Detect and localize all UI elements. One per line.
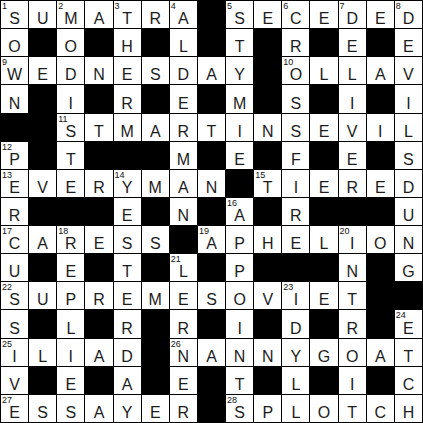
grid-cell[interactable]: M [170, 142, 197, 169]
cell-letter: T [198, 123, 225, 140]
grid-cell[interactable]: A [198, 339, 225, 366]
cell-letter: E [170, 291, 197, 308]
grid-cell[interactable]: S [142, 57, 169, 84]
grid-cell[interactable]: C [395, 367, 422, 394]
grid-cell[interactable]: E [114, 282, 141, 309]
cell-letter: A [198, 235, 225, 252]
grid-cell[interactable]: 25I [1, 339, 28, 366]
cell-letter: R [114, 95, 141, 112]
black-cell [367, 367, 394, 394]
cell-letter: T [114, 263, 141, 280]
black-cell [142, 339, 169, 366]
cell-letter: T [339, 291, 366, 308]
cell-letter: E [1, 179, 28, 196]
grid-cell[interactable]: T [226, 29, 253, 56]
cell-letter: A [367, 348, 394, 365]
black-cell [198, 395, 225, 422]
cell-letter: E [395, 320, 422, 337]
grid-cell[interactable]: I [57, 339, 84, 366]
grid-cell[interactable]: 17C [1, 226, 28, 253]
grid-cell[interactable]: 28S [226, 395, 253, 422]
grid-cell[interactable]: V [254, 282, 281, 309]
cell-letter: E [114, 66, 141, 83]
black-cell [85, 29, 112, 56]
grid-cell[interactable]: N [170, 198, 197, 225]
grid-cell[interactable]: T [339, 395, 366, 422]
grid-cell[interactable]: 13E [1, 170, 28, 197]
cell-letter: L [170, 38, 197, 55]
grid-cell[interactable]: E [170, 85, 197, 112]
grid-cell[interactable]: S [142, 226, 169, 253]
grid-cell[interactable]: 21L [170, 254, 197, 281]
grid-cell[interactable]: 11S [57, 114, 84, 141]
cell-letter: Y [114, 179, 141, 196]
black-cell [310, 310, 337, 337]
grid-cell[interactable]: R [282, 198, 309, 225]
cell-letter: H [254, 235, 281, 252]
cell-letter: N [170, 207, 197, 224]
black-cell [310, 198, 337, 225]
grid-cell[interactable]: R [339, 170, 366, 197]
grid-cell[interactable]: 27E [1, 395, 28, 422]
black-cell [142, 198, 169, 225]
black-cell [254, 367, 281, 394]
grid-cell[interactable]: L [395, 114, 422, 141]
cell-letter: S [57, 404, 84, 421]
cell-letter: P [57, 291, 84, 308]
grid-cell[interactable]: N [395, 226, 422, 253]
grid-cell[interactable]: L [310, 57, 337, 84]
grid-cell[interactable]: I [339, 85, 366, 112]
cell-letter: S [1, 291, 28, 308]
grid-cell[interactable]: E [367, 1, 394, 28]
cell-letter: D [170, 66, 197, 83]
grid-cell[interactable]: S [29, 395, 56, 422]
cell-letter: V [254, 291, 281, 308]
crossword-board: 1SU2MA3TR4A5SE6CE7DE8DOOHLTREE9WEDNESDAY… [0, 0, 423, 423]
cell-letter: D [57, 66, 84, 83]
grid-cell[interactable]: C [367, 395, 394, 422]
cell-letter: L [282, 404, 309, 421]
black-cell [254, 29, 281, 56]
grid-cell[interactable]: A [367, 339, 394, 366]
grid-cell[interactable]: E [114, 57, 141, 84]
black-cell [85, 367, 112, 394]
cell-letter: D [395, 179, 422, 196]
grid-cell[interactable]: Y [226, 57, 253, 84]
grid-cell[interactable]: A [85, 395, 112, 422]
grid-cell[interactable]: T [57, 142, 84, 169]
grid-cell[interactable]: P [57, 282, 84, 309]
black-cell [29, 254, 56, 281]
grid-cell[interactable]: E [226, 142, 253, 169]
black-cell [142, 142, 169, 169]
black-cell [198, 29, 225, 56]
grid-cell[interactable]: Y [114, 395, 141, 422]
grid-cell[interactable]: S [198, 282, 225, 309]
cell-letter: R [114, 320, 141, 337]
black-cell [226, 170, 253, 197]
cell-letter: E [395, 38, 422, 55]
grid-cell[interactable]: R [114, 310, 141, 337]
cell-letter: Y [114, 404, 141, 421]
grid-cell[interactable]: 19A [198, 226, 225, 253]
grid-cell[interactable]: O [310, 395, 337, 422]
cell-letter: L [310, 235, 337, 252]
black-cell [254, 198, 281, 225]
grid-cell[interactable]: R [142, 1, 169, 28]
cell-letter: P [1, 151, 28, 168]
grid-cell[interactable]: 26N [170, 339, 197, 366]
grid-cell[interactable]: R [282, 29, 309, 56]
grid-cell[interactable]: 2M [57, 1, 84, 28]
black-cell [85, 198, 112, 225]
cell-letter: L [339, 66, 366, 83]
black-cell [310, 367, 337, 394]
grid-cell[interactable]: S [114, 226, 141, 253]
grid-cell[interactable]: E [395, 29, 422, 56]
grid-cell[interactable]: A [114, 367, 141, 394]
grid-cell[interactable]: N [339, 254, 366, 281]
cell-letter: R [339, 320, 366, 337]
black-cell [29, 198, 56, 225]
grid-cell[interactable]: P [254, 395, 281, 422]
grid-cell[interactable]: R [114, 85, 141, 112]
grid-cell[interactable]: L [282, 367, 309, 394]
grid-cell[interactable]: E [170, 282, 197, 309]
cell-letter: M [142, 179, 169, 196]
cell-letter: R [339, 179, 366, 196]
grid-cell[interactable]: T [395, 339, 422, 366]
cell-letter: L [170, 263, 197, 280]
grid-cell[interactable]: 24E [395, 310, 422, 337]
cell-letter: M [170, 151, 197, 168]
grid-cell[interactable]: U [1, 254, 28, 281]
cell-letter: N [85, 66, 112, 83]
grid-cell[interactable]: T [339, 282, 366, 309]
grid-cell[interactable]: E [367, 170, 394, 197]
grid-cell[interactable]: I [395, 85, 422, 112]
cell-letter: A [198, 348, 225, 365]
grid-cell[interactable]: E [85, 226, 112, 253]
grid-cell[interactable]: M [226, 85, 253, 112]
grid-cell[interactable]: L [339, 57, 366, 84]
black-cell [367, 254, 394, 281]
grid-cell[interactable]: O [226, 282, 253, 309]
grid-cell[interactable]: E [282, 226, 309, 253]
cell-letter: I [339, 235, 366, 252]
cell-letter: R [57, 235, 84, 252]
grid-cell[interactable]: R [170, 310, 197, 337]
grid-cell[interactable]: R [1, 198, 28, 225]
grid-cell[interactable]: A [142, 114, 169, 141]
grid-cell[interactable]: T [226, 367, 253, 394]
grid-cell[interactable]: N [254, 339, 281, 366]
cell-letter: R [1, 207, 28, 224]
cell-letter: A [226, 207, 253, 224]
grid-cell[interactable]: O [1, 29, 28, 56]
cell-letter: A [29, 235, 56, 252]
cell-letter: E [254, 10, 281, 27]
cell-letter: E [367, 10, 394, 27]
grid-cell[interactable]: 5S [226, 1, 253, 28]
grid-cell[interactable]: S [282, 85, 309, 112]
grid-cell[interactable]: 16A [226, 198, 253, 225]
cell-letter: N [395, 235, 422, 252]
grid-cell[interactable]: Y [282, 339, 309, 366]
cell-letter: S [1, 320, 28, 337]
cell-letter: F [282, 151, 309, 168]
black-cell [310, 85, 337, 112]
cell-letter: I [226, 123, 253, 140]
cell-letter: A [142, 123, 169, 140]
black-cell [198, 1, 225, 28]
grid-cell[interactable]: A [85, 339, 112, 366]
grid-cell[interactable]: E [310, 282, 337, 309]
cell-letter: V [1, 376, 28, 393]
cell-letter: S [282, 123, 309, 140]
black-cell [198, 310, 225, 337]
cell-letter: R [282, 207, 309, 224]
grid-cell[interactable]: N [198, 170, 225, 197]
grid-cell[interactable]: L [57, 310, 84, 337]
cell-letter: E [114, 207, 141, 224]
grid-cell[interactable]: I [282, 170, 309, 197]
black-cell [367, 198, 394, 225]
cell-letter: A [367, 66, 394, 83]
cell-letter: E [57, 263, 84, 280]
grid-cell[interactable]: I [57, 85, 84, 112]
grid-cell[interactable]: V [29, 170, 56, 197]
cell-letter: E [339, 151, 366, 168]
grid-cell[interactable]: H [395, 395, 422, 422]
grid-cell[interactable]: E [254, 1, 281, 28]
grid-cell[interactable]: E [170, 367, 197, 394]
grid-cell[interactable]: E [339, 29, 366, 56]
grid-cell[interactable]: S [57, 395, 84, 422]
cell-letter: E [170, 376, 197, 393]
grid-cell[interactable]: F [282, 142, 309, 169]
grid-cell[interactable]: E [339, 142, 366, 169]
grid-cell[interactable]: G [395, 254, 422, 281]
cell-letter: I [57, 348, 84, 365]
grid-cell[interactable]: I [367, 114, 394, 141]
black-cell [367, 310, 394, 337]
black-cell [198, 198, 225, 225]
grid-cell[interactable]: N [226, 339, 253, 366]
cell-letter: E [226, 151, 253, 168]
grid-cell[interactable]: V [339, 114, 366, 141]
cell-letter: N [1, 95, 28, 112]
grid-cell[interactable]: R [170, 395, 197, 422]
cell-letter: D [114, 348, 141, 365]
grid-cell[interactable]: 1S [1, 1, 28, 28]
grid-cell[interactable]: R [85, 170, 112, 197]
cell-letter: A [85, 10, 112, 27]
grid-cell[interactable]: 4A [170, 1, 197, 28]
grid-cell[interactable]: I [339, 367, 366, 394]
grid-cell[interactable]: 8D [395, 1, 422, 28]
grid-cell[interactable]: E [57, 254, 84, 281]
grid-cell[interactable]: U [395, 198, 422, 225]
cell-letter: S [142, 66, 169, 83]
cell-letter: V [395, 66, 422, 83]
grid-cell[interactable]: 22S [1, 282, 28, 309]
cell-letter: E [282, 235, 309, 252]
grid-cell[interactable]: G [310, 339, 337, 366]
cell-letter: V [339, 123, 366, 140]
grid-cell[interactable]: E [29, 57, 56, 84]
cell-letter: U [29, 291, 56, 308]
cell-letter: U [395, 207, 422, 224]
grid-cell[interactable]: L [170, 29, 197, 56]
grid-cell[interactable]: P [226, 254, 253, 281]
black-cell [198, 367, 225, 394]
grid-cell[interactable]: D [395, 170, 422, 197]
cell-letter: D [282, 320, 309, 337]
cell-letter: M [114, 123, 141, 140]
cell-letter: E [310, 123, 337, 140]
grid-cell[interactable]: O [339, 339, 366, 366]
grid-cell[interactable]: H [114, 29, 141, 56]
grid-cell[interactable]: T [85, 114, 112, 141]
cell-letter: H [114, 38, 141, 55]
grid-cell[interactable]: D [57, 57, 84, 84]
grid-cell[interactable]: L [29, 339, 56, 366]
cell-letter: E [339, 38, 366, 55]
grid-cell[interactable]: 3T [114, 1, 141, 28]
grid-cell[interactable]: A [367, 57, 394, 84]
cell-letter: I [57, 95, 84, 112]
grid-cell[interactable]: E [310, 114, 337, 141]
grid-cell[interactable]: 20I [339, 226, 366, 253]
grid-cell[interactable]: 12P [1, 142, 28, 169]
cell-letter: O [57, 38, 84, 55]
grid-cell[interactable]: A [29, 226, 56, 253]
grid-cell[interactable]: T [114, 254, 141, 281]
grid-cell[interactable]: L [310, 226, 337, 253]
cell-letter: S [282, 95, 309, 112]
grid-cell[interactable]: U [29, 282, 56, 309]
grid-cell[interactable]: 9W [1, 57, 28, 84]
grid-cell[interactable]: 7D [339, 1, 366, 28]
grid-cell[interactable]: N [254, 114, 281, 141]
cell-letter: I [1, 348, 28, 365]
grid-cell[interactable]: H [254, 226, 281, 253]
cell-letter: R [170, 320, 197, 337]
cell-letter: D [395, 10, 422, 27]
cell-letter: P [254, 404, 281, 421]
cell-letter: M [142, 291, 169, 308]
black-cell [85, 142, 112, 169]
grid-cell[interactable]: A [85, 1, 112, 28]
black-cell [29, 142, 56, 169]
cell-letter: D [339, 10, 366, 27]
grid-cell[interactable]: V [1, 367, 28, 394]
black-cell [29, 310, 56, 337]
grid-cell[interactable]: D [170, 57, 197, 84]
grid-cell[interactable]: M [142, 282, 169, 309]
cell-letter: R [142, 10, 169, 27]
grid-cell[interactable]: R [170, 114, 197, 141]
grid-cell[interactable]: R [85, 282, 112, 309]
cell-letter: C [282, 10, 309, 27]
grid-cell[interactable]: I [226, 114, 253, 141]
grid-cell[interactable]: 14Y [114, 170, 141, 197]
grid-cell[interactable]: A [170, 170, 197, 197]
grid-cell[interactable]: 15T [254, 170, 281, 197]
black-cell [114, 142, 141, 169]
cell-letter: I [282, 291, 309, 308]
grid-cell[interactable]: E [310, 170, 337, 197]
grid-cell[interactable]: L [282, 395, 309, 422]
grid-cell[interactable]: N [1, 85, 28, 112]
grid-cell[interactable]: S [1, 310, 28, 337]
cell-letter: E [114, 291, 141, 308]
cell-letter: O [310, 404, 337, 421]
black-cell [198, 85, 225, 112]
grid-cell[interactable]: S [282, 114, 309, 141]
cell-letter: I [339, 376, 366, 393]
grid-cell[interactable]: A [198, 57, 225, 84]
grid-cell[interactable]: E [142, 395, 169, 422]
cell-letter: E [310, 10, 337, 27]
grid-cell[interactable]: E [57, 367, 84, 394]
grid-cell[interactable]: M [114, 114, 141, 141]
black-cell [85, 254, 112, 281]
grid-cell[interactable]: U [29, 1, 56, 28]
grid-cell[interactable]: 18R [57, 226, 84, 253]
black-cell [1, 114, 28, 141]
cell-letter: I [339, 95, 366, 112]
cell-letter: Y [226, 66, 253, 83]
cell-letter: T [57, 151, 84, 168]
grid-cell[interactable]: D [282, 310, 309, 337]
black-cell [198, 142, 225, 169]
grid-cell[interactable]: E [114, 198, 141, 225]
grid-cell[interactable]: 23I [282, 282, 309, 309]
grid-cell[interactable]: T [198, 114, 225, 141]
grid-cell[interactable]: V [395, 57, 422, 84]
grid-cell[interactable]: N [85, 57, 112, 84]
grid-cell[interactable]: M [142, 170, 169, 197]
grid-cell[interactable]: P [226, 226, 253, 253]
grid-cell[interactable]: 6C [282, 1, 309, 28]
cell-letter: Y [282, 348, 309, 365]
grid-cell[interactable]: E [57, 170, 84, 197]
cell-letter: T [395, 348, 422, 365]
black-cell [29, 114, 56, 141]
grid-cell[interactable]: O [57, 29, 84, 56]
black-cell [367, 142, 394, 169]
cell-letter: I [226, 320, 253, 337]
grid-cell[interactable]: R [339, 310, 366, 337]
grid-cell[interactable]: D [114, 339, 141, 366]
grid-cell[interactable]: 10O [282, 57, 309, 84]
black-cell [142, 367, 169, 394]
black-cell [142, 29, 169, 56]
grid-cell[interactable]: E [310, 1, 337, 28]
grid-cell[interactable]: I [226, 310, 253, 337]
grid-cell[interactable]: S [395, 142, 422, 169]
cell-letter: N [226, 348, 253, 365]
cell-letter: E [310, 291, 337, 308]
grid-cell[interactable]: O [367, 226, 394, 253]
cell-letter: N [170, 348, 197, 365]
cell-letter: S [57, 123, 84, 140]
cell-letter: R [170, 123, 197, 140]
cell-letter: L [29, 348, 56, 365]
